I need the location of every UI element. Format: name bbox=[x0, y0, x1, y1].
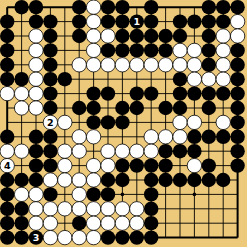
black-stone bbox=[144, 158, 158, 172]
black-stone bbox=[86, 101, 100, 115]
white-stone bbox=[187, 43, 201, 57]
go-board-diagram: 1234 bbox=[0, 0, 247, 247]
white-stone bbox=[187, 72, 201, 86]
black-stone bbox=[43, 29, 57, 43]
black-stone bbox=[144, 29, 158, 43]
white-stone bbox=[43, 115, 57, 129]
black-stone bbox=[144, 86, 158, 100]
white-stone bbox=[158, 58, 172, 72]
white-stone bbox=[43, 173, 57, 187]
white-stone bbox=[29, 29, 43, 43]
black-stone bbox=[216, 130, 230, 144]
black-stone bbox=[0, 130, 14, 144]
white-stone bbox=[202, 72, 216, 86]
black-stone bbox=[130, 158, 144, 172]
black-stone bbox=[14, 202, 28, 216]
black-stone bbox=[173, 101, 187, 115]
black-stone bbox=[158, 101, 172, 115]
white-stone bbox=[115, 202, 129, 216]
black-stone bbox=[101, 86, 115, 100]
black-stone bbox=[230, 86, 244, 100]
black-stone bbox=[216, 14, 230, 28]
white-stone bbox=[86, 230, 100, 244]
white-stone bbox=[86, 158, 100, 172]
black-stone bbox=[101, 230, 115, 244]
black-stone bbox=[115, 158, 129, 172]
black-stone bbox=[202, 29, 216, 43]
black-stone bbox=[101, 115, 115, 129]
white-stone bbox=[0, 158, 14, 172]
black-stone bbox=[29, 230, 43, 244]
white-stone bbox=[14, 144, 28, 158]
white-stone bbox=[115, 216, 129, 230]
black-stone bbox=[144, 230, 158, 244]
white-stone bbox=[86, 29, 100, 43]
white-stone bbox=[58, 158, 72, 172]
black-stone bbox=[230, 101, 244, 115]
white-stone bbox=[29, 86, 43, 100]
black-stone bbox=[43, 72, 57, 86]
black-stone bbox=[29, 14, 43, 28]
black-stone bbox=[202, 86, 216, 100]
black-stone bbox=[72, 216, 86, 230]
black-stone bbox=[230, 158, 244, 172]
black-stone bbox=[230, 0, 244, 14]
black-stone bbox=[101, 14, 115, 28]
black-stone bbox=[187, 173, 201, 187]
black-stone bbox=[43, 144, 57, 158]
white-stone bbox=[86, 43, 100, 57]
white-stone bbox=[58, 230, 72, 244]
black-stone bbox=[29, 130, 43, 144]
hoshi-point bbox=[121, 193, 125, 197]
black-stone bbox=[0, 43, 14, 57]
black-stone bbox=[0, 58, 14, 72]
white-stone bbox=[144, 144, 158, 158]
black-stone bbox=[115, 173, 129, 187]
white-stone bbox=[144, 58, 158, 72]
white-stone bbox=[58, 202, 72, 216]
white-stone bbox=[29, 202, 43, 216]
black-stone bbox=[216, 173, 230, 187]
white-stone bbox=[158, 130, 172, 144]
black-stone bbox=[202, 58, 216, 72]
white-stone bbox=[216, 58, 230, 72]
black-stone bbox=[115, 101, 129, 115]
black-stone bbox=[144, 173, 158, 187]
white-stone bbox=[173, 58, 187, 72]
black-stone bbox=[173, 29, 187, 43]
black-stone bbox=[43, 43, 57, 57]
white-stone bbox=[86, 14, 100, 28]
black-stone bbox=[115, 0, 129, 14]
white-stone bbox=[230, 14, 244, 28]
black-stone bbox=[58, 72, 72, 86]
black-stone bbox=[115, 115, 129, 129]
black-stone bbox=[202, 0, 216, 14]
black-stone bbox=[14, 173, 28, 187]
white-stone bbox=[130, 202, 144, 216]
black-stone bbox=[0, 202, 14, 216]
white-stone bbox=[72, 230, 86, 244]
white-stone bbox=[86, 173, 100, 187]
white-stone bbox=[29, 101, 43, 115]
black-stone bbox=[173, 14, 187, 28]
black-stone bbox=[29, 158, 43, 172]
black-stone bbox=[29, 173, 43, 187]
black-stone bbox=[202, 14, 216, 28]
black-stone bbox=[173, 144, 187, 158]
black-stone bbox=[43, 101, 57, 115]
black-stone bbox=[158, 144, 172, 158]
black-stone bbox=[101, 0, 115, 14]
black-stone bbox=[86, 187, 100, 201]
black-stone bbox=[101, 43, 115, 57]
black-stone bbox=[144, 216, 158, 230]
black-stone bbox=[86, 86, 100, 100]
black-stone bbox=[230, 144, 244, 158]
black-stone bbox=[14, 216, 28, 230]
black-stone bbox=[43, 158, 57, 172]
white-stone bbox=[115, 144, 129, 158]
black-stone bbox=[230, 115, 244, 129]
black-stone bbox=[0, 230, 14, 244]
white-stone bbox=[101, 29, 115, 43]
black-stone bbox=[29, 0, 43, 14]
black-stone bbox=[144, 14, 158, 28]
black-stone bbox=[14, 0, 28, 14]
black-stone bbox=[187, 14, 201, 28]
black-stone bbox=[0, 14, 14, 28]
black-stone bbox=[72, 29, 86, 43]
black-stone bbox=[230, 43, 244, 57]
black-stone bbox=[0, 173, 14, 187]
black-stone bbox=[130, 230, 144, 244]
white-stone bbox=[14, 101, 28, 115]
white-stone bbox=[86, 58, 100, 72]
white-stone bbox=[0, 144, 14, 158]
black-stone bbox=[130, 43, 144, 57]
black-stone bbox=[29, 144, 43, 158]
white-stone bbox=[0, 86, 14, 100]
black-stone bbox=[202, 101, 216, 115]
white-stone bbox=[43, 216, 57, 230]
black-stone bbox=[0, 187, 14, 201]
black-stone bbox=[158, 173, 172, 187]
white-stone bbox=[173, 130, 187, 144]
black-stone bbox=[0, 216, 14, 230]
black-stone bbox=[115, 29, 129, 43]
black-stone bbox=[115, 230, 129, 244]
black-stone bbox=[43, 58, 57, 72]
black-stone bbox=[130, 86, 144, 100]
white-stone bbox=[130, 144, 144, 158]
black-stone bbox=[173, 173, 187, 187]
white-stone bbox=[101, 158, 115, 172]
black-stone bbox=[0, 29, 14, 43]
black-stone bbox=[43, 130, 57, 144]
white-stone bbox=[43, 202, 57, 216]
black-stone bbox=[187, 144, 201, 158]
white-stone bbox=[14, 86, 28, 100]
white-stone bbox=[72, 58, 86, 72]
black-stone bbox=[216, 86, 230, 100]
white-stone bbox=[187, 115, 201, 129]
white-stone bbox=[187, 58, 201, 72]
black-stone bbox=[202, 173, 216, 187]
black-stone bbox=[144, 0, 158, 14]
black-stone bbox=[202, 130, 216, 144]
white-stone bbox=[101, 144, 115, 158]
white-stone bbox=[216, 115, 230, 129]
black-stone bbox=[43, 187, 57, 201]
hoshi-point bbox=[193, 193, 197, 197]
white-stone bbox=[130, 58, 144, 72]
go-board[interactable]: 1234 bbox=[0, 0, 247, 247]
black-stone bbox=[14, 72, 28, 86]
white-stone bbox=[58, 115, 72, 129]
black-stone bbox=[130, 14, 144, 28]
white-stone bbox=[72, 130, 86, 144]
black-stone bbox=[202, 43, 216, 57]
white-stone bbox=[72, 187, 86, 201]
black-stone bbox=[230, 58, 244, 72]
black-stone bbox=[158, 29, 172, 43]
black-stone bbox=[14, 230, 28, 244]
white-stone bbox=[72, 144, 86, 158]
black-stone bbox=[43, 86, 57, 100]
black-stone bbox=[43, 14, 57, 28]
white-stone bbox=[29, 58, 43, 72]
black-stone bbox=[101, 173, 115, 187]
white-stone bbox=[101, 216, 115, 230]
white-stone bbox=[14, 187, 28, 201]
white-stone bbox=[86, 0, 100, 14]
white-stone bbox=[187, 158, 201, 172]
white-stone bbox=[86, 130, 100, 144]
black-stone bbox=[144, 43, 158, 57]
black-stone bbox=[173, 86, 187, 100]
black-stone bbox=[158, 43, 172, 57]
black-stone bbox=[72, 101, 86, 115]
black-stone bbox=[230, 72, 244, 86]
black-stone bbox=[86, 115, 100, 129]
white-stone bbox=[173, 115, 187, 129]
white-stone bbox=[72, 173, 86, 187]
black-stone bbox=[101, 187, 115, 201]
white-stone bbox=[216, 29, 230, 43]
white-stone bbox=[216, 72, 230, 86]
black-stone bbox=[144, 202, 158, 216]
white-stone bbox=[29, 187, 43, 201]
black-stone bbox=[173, 72, 187, 86]
white-stone bbox=[58, 144, 72, 158]
black-stone bbox=[187, 86, 201, 100]
black-stone bbox=[230, 130, 244, 144]
black-stone bbox=[130, 29, 144, 43]
black-stone bbox=[187, 130, 201, 144]
white-stone bbox=[130, 216, 144, 230]
black-stone bbox=[144, 187, 158, 201]
white-stone bbox=[86, 216, 100, 230]
white-stone bbox=[43, 230, 57, 244]
black-stone bbox=[0, 72, 14, 86]
white-stone bbox=[58, 173, 72, 187]
white-stone bbox=[101, 58, 115, 72]
white-stone bbox=[29, 72, 43, 86]
white-stone bbox=[173, 43, 187, 57]
black-stone bbox=[72, 14, 86, 28]
white-stone bbox=[101, 202, 115, 216]
black-stone bbox=[72, 0, 86, 14]
black-stone bbox=[158, 158, 172, 172]
white-stone bbox=[144, 130, 158, 144]
black-stone bbox=[216, 0, 230, 14]
black-stone bbox=[115, 43, 129, 57]
white-stone bbox=[230, 29, 244, 43]
black-stone bbox=[130, 101, 144, 115]
white-stone bbox=[72, 202, 86, 216]
white-stone bbox=[115, 58, 129, 72]
white-stone bbox=[216, 43, 230, 57]
black-stone bbox=[115, 14, 129, 28]
white-stone bbox=[29, 216, 43, 230]
black-stone bbox=[202, 158, 216, 172]
white-stone bbox=[29, 43, 43, 57]
white-stone bbox=[86, 202, 100, 216]
